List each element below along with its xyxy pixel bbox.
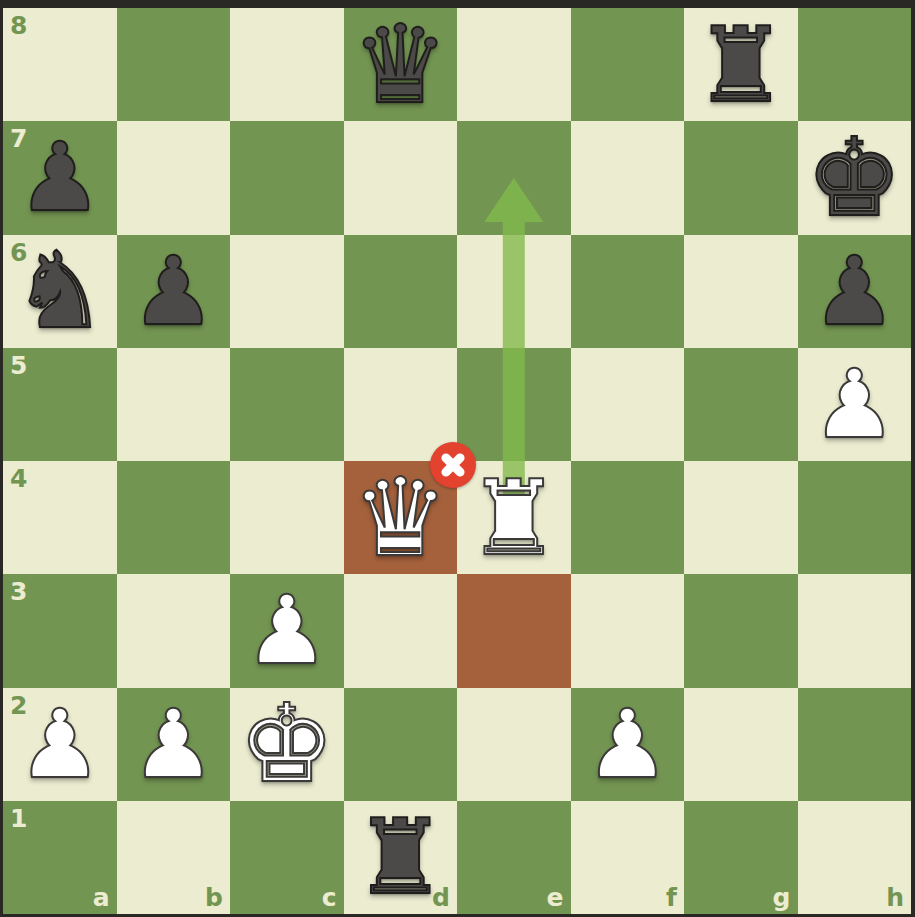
piece-black-pawn-h6[interactable]: ♟: [798, 235, 912, 348]
chess-board-stage: 87654321abcdefgh ♛♜♟♚♞♟♟♟♛♜♟♟♟♚♟♜: [0, 0, 915, 917]
piece-black-king-h7[interactable]: ♚: [798, 121, 912, 234]
white-pawn-icon: ♟: [812, 357, 897, 452]
black-king-icon: ♚: [806, 124, 903, 232]
mistake-x-badge: [430, 442, 476, 488]
piece-white-pawn-a2[interactable]: ♟: [3, 688, 117, 801]
piece-black-knight-a6[interactable]: ♞: [3, 235, 117, 348]
piece-white-rook-e4[interactable]: ♜: [457, 461, 571, 574]
piece-black-rook-d1[interactable]: ♜: [344, 801, 458, 914]
white-rook-icon: ♜: [467, 466, 560, 570]
piece-black-rook-g8[interactable]: ♜: [684, 8, 798, 121]
black-knight-icon: ♞: [12, 238, 107, 344]
piece-white-pawn-c3[interactable]: ♟: [230, 574, 344, 687]
piece-black-pawn-b6[interactable]: ♟: [117, 235, 231, 348]
white-pawn-icon: ♟: [585, 697, 670, 792]
piece-white-pawn-h5[interactable]: ♟: [798, 348, 912, 461]
piece-white-pawn-f2[interactable]: ♟: [571, 688, 685, 801]
piece-black-queen-d8[interactable]: ♛: [344, 8, 458, 121]
white-pawn-icon: ♟: [244, 583, 329, 678]
black-rook-icon: ♜: [694, 13, 787, 117]
piece-white-king-c2[interactable]: ♚: [230, 688, 344, 801]
white-pawn-icon: ♟: [131, 697, 216, 792]
piece-white-pawn-b2[interactable]: ♟: [117, 688, 231, 801]
black-pawn-icon: ♟: [17, 130, 102, 225]
piece-black-pawn-a7[interactable]: ♟: [3, 121, 117, 234]
white-pawn-icon: ♟: [17, 697, 102, 792]
white-queen-icon: ♛: [352, 464, 449, 572]
black-rook-icon: ♜: [354, 805, 447, 909]
white-king-icon: ♚: [238, 690, 335, 798]
black-queen-icon: ♛: [352, 11, 449, 119]
black-pawn-icon: ♟: [131, 244, 216, 339]
black-pawn-icon: ♟: [812, 244, 897, 339]
